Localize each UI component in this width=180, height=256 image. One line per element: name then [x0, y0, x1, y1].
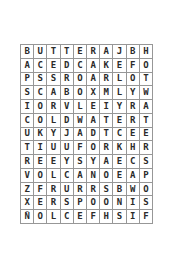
grid-cell[interactable]: V [21, 169, 34, 183]
grid-cell[interactable]: U [47, 141, 60, 155]
grid-cell[interactable]: A [47, 86, 60, 100]
grid-cell[interactable]: C [21, 114, 34, 128]
grid-cell[interactable]: R [47, 183, 60, 197]
grid-cell[interactable]: F [140, 210, 153, 224]
grid-cell[interactable]: E [87, 100, 100, 114]
grid-cell[interactable]: C [61, 169, 74, 183]
grid-cell[interactable]: X [21, 196, 34, 210]
grid-cell[interactable]: U [21, 128, 34, 142]
grid-cell[interactable]: R [87, 45, 100, 59]
grid-cell[interactable]: O [74, 73, 87, 87]
grid-cell[interactable]: A [87, 73, 100, 87]
grid-cell[interactable]: L [47, 210, 60, 224]
grid-cell[interactable]: B [127, 45, 140, 59]
grid-cell[interactable]: S [140, 155, 153, 169]
grid-cell[interactable]: W [127, 183, 140, 197]
grid-cell[interactable]: C [113, 128, 126, 142]
grid-cell[interactable]: E [113, 59, 126, 73]
grid-cell[interactable]: R [21, 155, 34, 169]
grid-cell[interactable]: I [100, 100, 113, 114]
grid-cell[interactable]: O [34, 100, 47, 114]
grid-cell[interactable]: A [87, 114, 100, 128]
grid-cell[interactable]: J [61, 128, 74, 142]
grid-cell[interactable]: R [87, 183, 100, 197]
grid-cell[interactable]: L [74, 100, 87, 114]
grid-cell[interactable]: O [100, 169, 113, 183]
grid-cell[interactable]: O [87, 196, 100, 210]
grid-cell[interactable]: Y [127, 86, 140, 100]
grid-cell[interactable]: D [87, 128, 100, 142]
grid-cell[interactable]: T [21, 141, 34, 155]
grid-cell[interactable]: O [140, 183, 153, 197]
grid-cell[interactable]: L [113, 86, 126, 100]
grid-cell[interactable]: V [61, 100, 74, 114]
grid-cell[interactable]: T [100, 114, 113, 128]
grid-cell[interactable]: E [47, 59, 60, 73]
grid-cell[interactable]: E [34, 155, 47, 169]
grid-cell[interactable]: C [127, 155, 140, 169]
grid-cell[interactable]: C [61, 210, 74, 224]
grid-cell[interactable]: K [34, 128, 47, 142]
grid-cell[interactable]: U [61, 183, 74, 197]
grid-cell[interactable]: S [113, 210, 126, 224]
grid-cell[interactable]: I [127, 210, 140, 224]
grid-cell[interactable]: C [74, 59, 87, 73]
grid-cell[interactable]: U [34, 45, 47, 59]
grid-cell[interactable]: F [34, 183, 47, 197]
grid-cell[interactable]: O [87, 141, 100, 155]
grid-cell[interactable]: A [74, 169, 87, 183]
grid-cell[interactable]: R [47, 100, 60, 114]
grid-cell[interactable]: H [140, 45, 153, 59]
grid-cell[interactable]: B [113, 183, 126, 197]
grid-cell[interactable]: R [61, 73, 74, 87]
grid-cell[interactable]: S [34, 73, 47, 87]
grid-cell[interactable]: I [21, 100, 34, 114]
grid-cell[interactable]: S [100, 183, 113, 197]
grid-cell[interactable]: L [113, 73, 126, 87]
grid-cell[interactable]: E [140, 128, 153, 142]
grid-cell[interactable]: B [21, 45, 34, 59]
grid-cell[interactable]: P [21, 73, 34, 87]
grid-cell[interactable]: I [127, 196, 140, 210]
grid-cell[interactable]: T [140, 73, 153, 87]
grid-cell[interactable]: A [100, 155, 113, 169]
grid-cell[interactable]: R [127, 100, 140, 114]
grid-cell[interactable]: A [87, 59, 100, 73]
grid-cell[interactable]: S [74, 155, 87, 169]
grid-cell[interactable]: P [140, 169, 153, 183]
grid-cell[interactable]: N [113, 196, 126, 210]
grid-cell[interactable]: U [61, 141, 74, 155]
grid-cell[interactable]: R [140, 141, 153, 155]
grid-cell[interactable]: K [113, 141, 126, 155]
grid-cell[interactable]: R [74, 183, 87, 197]
grid-cell[interactable]: R [100, 73, 113, 87]
grid-cell[interactable]: S [61, 196, 74, 210]
grid-cell[interactable]: O [34, 114, 47, 128]
grid-cell[interactable]: O [127, 73, 140, 87]
grid-cell[interactable]: F [74, 141, 87, 155]
grid-cell[interactable]: T [140, 114, 153, 128]
word-search-page: BUTTERAJBHACEDCAKEFOPSSROARLOTSCABOXMLYW… [0, 0, 180, 256]
grid-cell[interactable]: Z [21, 183, 34, 197]
grid-cell[interactable]: E [47, 155, 60, 169]
grid-cell[interactable]: O [34, 210, 47, 224]
grid-cell[interactable]: B [61, 86, 74, 100]
grid-cell[interactable]: O [100, 196, 113, 210]
grid-cell[interactable]: R [47, 196, 60, 210]
grid-cell[interactable]: Y [61, 155, 74, 169]
grid-cell[interactable]: A [100, 45, 113, 59]
word-search-board: BUTTERAJBHACEDCAKEFOPSSROARLOTSCABOXMLYW… [20, 44, 153, 224]
grid-cell[interactable]: X [87, 86, 100, 100]
grid-cell[interactable]: O [140, 59, 153, 73]
grid-cell[interactable]: P [74, 196, 87, 210]
grid-cell[interactable]: A [127, 169, 140, 183]
grid-cell[interactable]: R [100, 141, 113, 155]
grid-cell[interactable]: E [113, 169, 126, 183]
grid-cell[interactable]: T [47, 45, 60, 59]
grid-cell[interactable]: O [74, 86, 87, 100]
grid-cell[interactable]: Y [113, 100, 126, 114]
grid-cell[interactable]: Y [87, 155, 100, 169]
grid-cell[interactable]: I [34, 141, 47, 155]
grid-cell[interactable]: E [74, 45, 87, 59]
grid-cell[interactable]: H [100, 210, 113, 224]
grid-cell[interactable]: L [47, 114, 60, 128]
grid-cell[interactable]: T [61, 45, 74, 59]
grid-cell[interactable]: N [87, 169, 100, 183]
grid-cell[interactable]: Ñ [21, 210, 34, 224]
grid-cell[interactable]: D [61, 59, 74, 73]
grid-cell[interactable]: M [100, 86, 113, 100]
grid-cell[interactable]: K [100, 59, 113, 73]
grid-cell[interactable]: E [127, 128, 140, 142]
grid-cell[interactable]: D [61, 114, 74, 128]
grid-cell[interactable]: S [47, 73, 60, 87]
grid-cell[interactable]: O [34, 169, 47, 183]
grid-cell[interactable]: R [127, 114, 140, 128]
grid-cell[interactable]: T [100, 128, 113, 142]
grid-cell[interactable]: H [127, 141, 140, 155]
grid-cell[interactable]: C [34, 86, 47, 100]
grid-cell[interactable]: F [87, 210, 100, 224]
grid-cell[interactable]: W [74, 114, 87, 128]
grid-cell[interactable]: Y [47, 128, 60, 142]
grid-cell[interactable]: J [113, 45, 126, 59]
grid-cell[interactable]: E [34, 196, 47, 210]
grid-cell[interactable]: S [140, 196, 153, 210]
grid-cell[interactable]: E [74, 210, 87, 224]
grid-cell[interactable]: A [21, 59, 34, 73]
grid-cell[interactable]: S [21, 86, 34, 100]
grid-cell[interactable]: C [34, 59, 47, 73]
grid-cell[interactable]: A [140, 100, 153, 114]
grid-cell[interactable]: F [127, 59, 140, 73]
grid-cell[interactable]: A [74, 128, 87, 142]
grid-cell[interactable]: W [140, 86, 153, 100]
grid-cell[interactable]: L [47, 169, 60, 183]
grid-cell[interactable]: E [113, 155, 126, 169]
grid-cell[interactable]: E [113, 114, 126, 128]
